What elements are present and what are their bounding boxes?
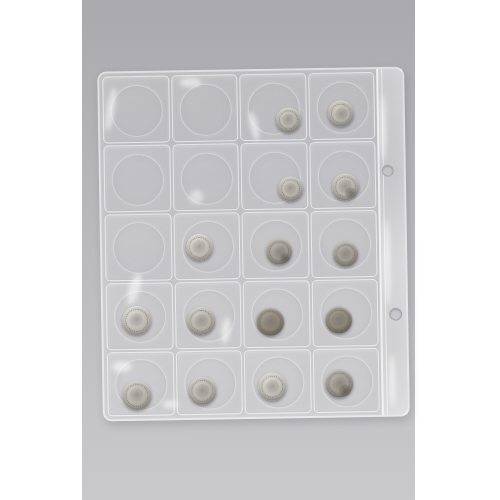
pocket-grid <box>99 69 402 74</box>
silver-coin-r2c4 <box>331 173 358 200</box>
silver-coin-r3c4 <box>332 241 357 266</box>
coin-toning-spot <box>279 253 291 264</box>
silver-coin-r3c3 <box>266 238 292 264</box>
page-canvas <box>0 0 500 500</box>
silver-coin-r2c3 <box>277 176 302 201</box>
silver-coin-r1c3 <box>275 107 300 132</box>
coin-toning-spot <box>339 385 352 396</box>
coin-album-photo <box>82 0 415 500</box>
silver-coin-r5c1 <box>122 380 151 409</box>
pocket-r2-c1 <box>103 144 171 212</box>
silver-coin-r5c4 <box>325 369 353 397</box>
coin-album-sheet <box>97 66 410 421</box>
silver-coin-r3c2 <box>185 233 212 260</box>
pocket-r3-c1 <box>104 213 172 281</box>
pocket-r2-c2 <box>172 143 240 211</box>
silver-coin-r4c1 <box>122 305 151 334</box>
pocket-r2-c3 <box>240 142 308 210</box>
pocket-r1-c3 <box>239 73 307 141</box>
punch-hole-1 <box>382 165 394 177</box>
silver-coin-r4c4 <box>325 306 352 333</box>
punch-hole-2 <box>389 307 402 320</box>
